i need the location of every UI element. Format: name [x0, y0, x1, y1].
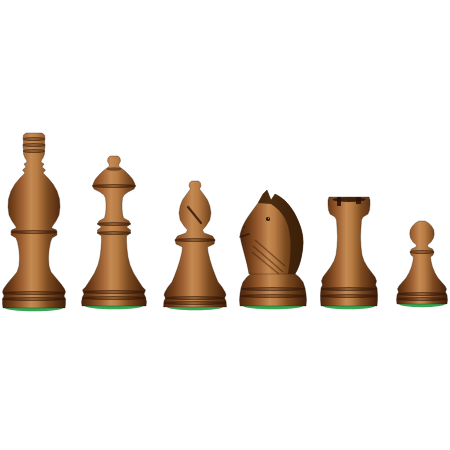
bishop-piece: [164, 181, 227, 310]
chess-piece-set-photo: [0, 0, 450, 450]
queen-piece: [82, 156, 147, 309]
king-piece: [3, 133, 66, 311]
rook-piece: [321, 197, 378, 309]
knight-piece: [240, 190, 307, 309]
pieces-canvas: [0, 0, 450, 450]
pawn-piece: [397, 221, 448, 307]
